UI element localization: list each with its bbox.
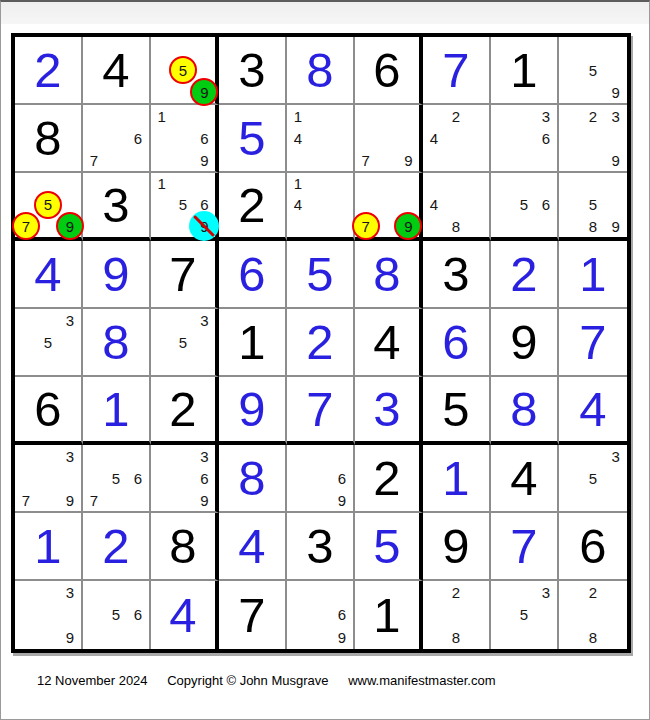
- cell-r3c8[interactable]: 56: [491, 173, 559, 241]
- mini-pos-9: [535, 216, 557, 237]
- pencil-marks: 35: [559, 445, 627, 511]
- mini-pos-9: [535, 626, 557, 649]
- mini-pos-4: [559, 127, 582, 149]
- mini-pos-7: [423, 149, 445, 171]
- cell-r1c9[interactable]: 59: [559, 37, 627, 105]
- mini-pos-6: [398, 127, 419, 149]
- candidate-5: 5: [44, 196, 52, 213]
- mini-pos-1: [559, 105, 582, 127]
- mini-pos-3: [331, 173, 353, 194]
- mini-pos-1: [491, 581, 513, 604]
- cell-r4c3[interactable]: 7: [151, 241, 219, 309]
- mini-pos-7: [423, 626, 445, 649]
- candidate-3: 3: [66, 312, 74, 329]
- footer-copyright: Copyright © John Musgrave: [167, 673, 328, 688]
- mini-pos-8: [172, 353, 193, 375]
- mini-pos-1: [423, 105, 445, 127]
- mini-pos-9: [467, 216, 489, 237]
- given-digit: 2: [373, 454, 400, 503]
- mini-pos-8: [309, 626, 331, 649]
- mini-pos-3: [59, 173, 81, 194]
- candidate-5: 5: [112, 470, 120, 487]
- solved-digit: 4: [238, 522, 265, 571]
- pencil-marks: 239: [559, 105, 627, 171]
- cell-r2c9[interactable]: 239: [559, 105, 627, 173]
- mini-pos-9: [127, 626, 149, 649]
- given-digit: 3: [306, 522, 333, 571]
- pencil-marks: 169: [151, 105, 215, 171]
- mini-pos-5: [445, 604, 467, 627]
- mini-pos-9: [127, 149, 149, 171]
- cell-r3c6[interactable]: 79: [355, 173, 423, 241]
- cell-r3c7[interactable]: 48: [423, 173, 491, 241]
- solved-digit: 4: [169, 591, 196, 640]
- cell-r4c4[interactable]: 6: [219, 241, 287, 309]
- candidate-1: 1: [157, 175, 165, 192]
- candidate-7: 7: [90, 152, 98, 169]
- mini-pos-9: 9: [398, 149, 419, 171]
- mini-pos-2: [376, 105, 397, 127]
- mini-pos-8: [513, 149, 535, 171]
- mini-pos-6: 6: [127, 604, 149, 627]
- given-digit: 1: [510, 46, 537, 95]
- mini-pos-3: [194, 37, 215, 59]
- candidate-9: 9: [66, 492, 74, 509]
- mini-pos-7: [491, 216, 513, 237]
- mini-pos-2: 2: [582, 105, 605, 127]
- footer-date: 12 November 2024: [37, 673, 148, 688]
- mini-pos-9: 9: [194, 216, 215, 237]
- given-digit: 6: [373, 46, 400, 95]
- mini-pos-1: [15, 173, 37, 194]
- candidate-7: 7: [22, 492, 30, 509]
- pencil-marks: 35: [151, 309, 215, 375]
- pencil-marks: 39: [15, 581, 81, 649]
- cell-r4c8[interactable]: 2: [491, 241, 559, 309]
- candidate-8: 8: [452, 629, 460, 646]
- cell-r4c7[interactable]: 3: [423, 241, 491, 309]
- pencil-marks: 59: [559, 37, 627, 103]
- pencil-marks: 28: [423, 581, 489, 649]
- cell-r9c4[interactable]: 7: [219, 581, 287, 649]
- mini-pos-3: [467, 581, 489, 604]
- mini-pos-2: [513, 173, 535, 194]
- cell-r1c3[interactable]: 59: [151, 37, 219, 105]
- candidate-7: 7: [361, 218, 369, 235]
- pencil-marks: 79: [355, 173, 419, 237]
- cell-r6c7[interactable]: 5: [423, 377, 491, 445]
- mini-pos-5: [172, 467, 193, 489]
- cell-r7c8[interactable]: 4: [491, 445, 559, 513]
- cell-r5c4[interactable]: 1: [219, 309, 287, 377]
- mini-pos-1: [423, 581, 445, 604]
- cell-r9c2[interactable]: 56: [83, 581, 151, 649]
- mini-pos-1: [151, 309, 172, 331]
- solved-digit: 6: [238, 250, 265, 299]
- puzzle-page: 2459386715986716951479243623957931569214…: [0, 0, 650, 720]
- mini-pos-9: [467, 626, 489, 649]
- mini-pos-4: [491, 604, 513, 627]
- cell-r9c7[interactable]: 28: [423, 581, 491, 649]
- mini-pos-2: 2: [445, 581, 467, 604]
- cell-r3c5[interactable]: 14: [287, 173, 355, 241]
- cell-r8c6[interactable]: 5: [355, 513, 423, 581]
- mini-pos-5: [513, 127, 535, 149]
- mini-pos-1: 1: [287, 105, 309, 127]
- mini-pos-8: [37, 626, 59, 649]
- mini-pos-6: [604, 194, 627, 215]
- cell-r7c4[interactable]: 8: [219, 445, 287, 513]
- mini-pos-2: [582, 173, 605, 194]
- mini-pos-1: [423, 173, 445, 194]
- mini-pos-9: [604, 626, 627, 649]
- pencil-marks: 1569: [151, 173, 215, 237]
- mini-pos-5: [309, 467, 331, 489]
- cell-r4c9[interactable]: 1: [559, 241, 627, 309]
- mini-pos-5: [309, 127, 331, 149]
- candidate-9: 9: [338, 629, 346, 646]
- mini-pos-9: 9: [604, 81, 627, 103]
- mini-pos-1: 1: [287, 173, 309, 194]
- mini-pos-4: 4: [423, 194, 445, 215]
- cell-r2c6[interactable]: 79: [355, 105, 423, 173]
- mini-pos-8: 8: [445, 216, 467, 237]
- solved-digit: 8: [373, 250, 400, 299]
- cell-r6c9[interactable]: 4: [559, 377, 627, 445]
- mini-pos-2: [172, 105, 193, 127]
- mini-pos-2: [105, 105, 127, 127]
- pencil-marks: 379: [15, 445, 81, 511]
- solved-digit: 2: [510, 250, 537, 299]
- mini-pos-8: [513, 626, 535, 649]
- candidate-3: 3: [611, 448, 619, 465]
- mini-pos-6: 6: [194, 467, 215, 489]
- candidate-9: 9: [611, 152, 619, 169]
- cell-r5c8[interactable]: 9: [491, 309, 559, 377]
- mini-pos-3: [398, 173, 419, 194]
- mini-pos-5: [105, 127, 127, 149]
- solved-digit: 1: [442, 454, 469, 503]
- mini-pos-3: [331, 105, 353, 127]
- mini-pos-9: 9: [604, 216, 627, 237]
- mini-pos-7: [559, 626, 582, 649]
- mini-pos-9: 9: [59, 216, 81, 237]
- cell-r6c2[interactable]: 1: [83, 377, 151, 445]
- candidate-3: 3: [66, 448, 74, 465]
- mini-pos-1: [287, 581, 309, 604]
- cell-r6c6[interactable]: 3: [355, 377, 423, 445]
- given-digit: 1: [238, 318, 265, 367]
- candidate-5: 5: [520, 606, 528, 623]
- cell-r5c2[interactable]: 8: [83, 309, 151, 377]
- candidate-3: 3: [542, 108, 550, 125]
- candidate-4: 4: [294, 130, 302, 147]
- mini-pos-6: [331, 194, 353, 215]
- cell-r5c7[interactable]: 6: [423, 309, 491, 377]
- mini-pos-3: [194, 173, 215, 194]
- mini-pos-3: 3: [535, 581, 557, 604]
- footer: 12 November 2024 Copyright © John Musgra…: [37, 673, 512, 688]
- solved-digit: 8: [510, 385, 537, 434]
- mini-pos-8: [309, 149, 331, 171]
- pencil-marks: 24: [423, 105, 489, 171]
- candidate-6: 6: [542, 196, 550, 213]
- cell-r2c8[interactable]: 36: [491, 105, 559, 173]
- mini-pos-5: [376, 127, 397, 149]
- candidate-6: 6: [542, 130, 550, 147]
- given-digit: 2: [238, 181, 265, 230]
- given-digit: 4: [510, 454, 537, 503]
- cell-r4c1[interactable]: 4: [15, 241, 83, 309]
- mini-pos-7: 7: [15, 216, 37, 237]
- candidate-5: 5: [44, 334, 52, 351]
- cell-r8c9[interactable]: 6: [559, 513, 627, 581]
- candidate-5: 5: [179, 196, 187, 213]
- mini-pos-9: 9: [398, 216, 419, 237]
- mini-pos-4: [559, 194, 582, 215]
- cell-r7c1[interactable]: 379: [15, 445, 83, 513]
- mini-pos-2: [172, 309, 193, 331]
- mini-pos-4: [151, 467, 172, 489]
- pencil-marks: 14: [287, 173, 353, 237]
- mini-pos-8: [513, 216, 535, 237]
- cell-r2c7[interactable]: 24: [423, 105, 491, 173]
- candidate-4: 4: [430, 130, 438, 147]
- cell-r5c1[interactable]: 35: [15, 309, 83, 377]
- cell-r8c1[interactable]: 1: [15, 513, 83, 581]
- given-digit: 3: [442, 250, 469, 299]
- mini-pos-5: [445, 194, 467, 215]
- pencil-marks: 69: [287, 445, 353, 511]
- cell-r4c2[interactable]: 9: [83, 241, 151, 309]
- candidate-5: 5: [589, 62, 597, 79]
- pencil-marks: 35: [491, 581, 557, 649]
- cell-r4c5[interactable]: 5: [287, 241, 355, 309]
- cell-r9c8[interactable]: 35: [491, 581, 559, 649]
- mini-pos-7: 7: [15, 489, 37, 511]
- mini-pos-5: 5: [582, 59, 605, 81]
- mini-pos-8: 8: [582, 216, 605, 237]
- mini-pos-6: [194, 331, 215, 353]
- mini-pos-8: [105, 149, 127, 171]
- mini-pos-7: [287, 626, 309, 649]
- cell-r5c3[interactable]: 35: [151, 309, 219, 377]
- cell-r7c7[interactable]: 1: [423, 445, 491, 513]
- cell-r2c2[interactable]: 67: [83, 105, 151, 173]
- cell-r6c3[interactable]: 2: [151, 377, 219, 445]
- cell-r7c9[interactable]: 35: [559, 445, 627, 513]
- given-digit: 8: [34, 114, 61, 163]
- mini-pos-3: [127, 105, 149, 127]
- mini-pos-7: [151, 489, 172, 511]
- cell-r6c5[interactable]: 7: [287, 377, 355, 445]
- mini-pos-6: 6: [535, 194, 557, 215]
- cell-r1c6[interactable]: 6: [355, 37, 423, 105]
- candidate-6: 6: [200, 470, 208, 487]
- cell-r7c6[interactable]: 2: [355, 445, 423, 513]
- mini-pos-9: [127, 489, 149, 511]
- candidate-9: 9: [66, 629, 74, 646]
- mini-pos-3: [467, 173, 489, 194]
- mini-pos-7: [491, 149, 513, 171]
- highlight-yellow-circle: 5: [169, 56, 197, 84]
- mini-pos-9: [535, 149, 557, 171]
- cell-r8c7[interactable]: 9: [423, 513, 491, 581]
- mini-pos-7: [423, 216, 445, 237]
- cell-r6c8[interactable]: 8: [491, 377, 559, 445]
- cell-r2c4[interactable]: 5: [219, 105, 287, 173]
- cell-r9c1[interactable]: 39: [15, 581, 83, 649]
- mini-pos-3: [127, 581, 149, 604]
- cell-r3c4[interactable]: 2: [219, 173, 287, 241]
- solved-digit: 7: [442, 46, 469, 95]
- mini-pos-9: [331, 149, 353, 171]
- mini-pos-9: 9: [331, 626, 353, 649]
- mini-pos-5: [172, 127, 193, 149]
- cell-r1c7[interactable]: 7: [423, 37, 491, 105]
- cell-r6c1[interactable]: 6: [15, 377, 83, 445]
- mini-pos-4: [287, 467, 309, 489]
- candidate-8: 8: [452, 218, 460, 235]
- cell-r2c1[interactable]: 8: [15, 105, 83, 173]
- mini-pos-4: [287, 604, 309, 627]
- cell-r1c1[interactable]: 2: [15, 37, 83, 105]
- solved-digit: 8: [102, 318, 129, 367]
- mini-pos-3: 3: [535, 105, 557, 127]
- given-digit: 9: [510, 318, 537, 367]
- mini-pos-6: [59, 331, 81, 353]
- mini-pos-3: [535, 173, 557, 194]
- cell-r9c3[interactable]: 4: [151, 581, 219, 649]
- mini-pos-1: [83, 581, 105, 604]
- cell-r1c8[interactable]: 1: [491, 37, 559, 105]
- candidate-3: 3: [66, 584, 74, 601]
- mini-pos-6: 6: [194, 127, 215, 149]
- solved-digit: 5: [306, 250, 333, 299]
- mini-pos-7: [559, 81, 582, 103]
- mini-pos-2: [172, 173, 193, 194]
- mini-pos-7: [15, 353, 37, 375]
- candidate-2: 2: [452, 584, 460, 601]
- mini-pos-4: [491, 194, 513, 215]
- pencil-marks: 567: [83, 445, 149, 511]
- given-digit: 1: [373, 591, 400, 640]
- candidate-6: 6: [134, 606, 142, 623]
- mini-pos-5: [582, 127, 605, 149]
- mini-pos-1: [151, 37, 172, 59]
- given-digit: 3: [238, 46, 265, 95]
- mini-pos-5: [445, 127, 467, 149]
- cell-r3c1[interactable]: 579: [15, 173, 83, 241]
- cell-r8c2[interactable]: 2: [83, 513, 151, 581]
- candidate-1: 1: [294, 108, 302, 125]
- pencil-marks: 67: [83, 105, 149, 171]
- mini-pos-2: [172, 445, 193, 467]
- candidate-9: 9: [404, 152, 412, 169]
- cell-r7c3[interactable]: 369: [151, 445, 219, 513]
- mini-pos-1: 1: [151, 173, 172, 194]
- cell-r4c6[interactable]: 8: [355, 241, 423, 309]
- mini-pos-8: [376, 149, 397, 171]
- mini-pos-7: [287, 489, 309, 511]
- cell-r6c4[interactable]: 9: [219, 377, 287, 445]
- cell-r8c8[interactable]: 7: [491, 513, 559, 581]
- mini-pos-9: [194, 353, 215, 375]
- mini-pos-8: [105, 489, 127, 511]
- mini-pos-3: [127, 445, 149, 467]
- mini-pos-2: [513, 581, 535, 604]
- mini-pos-1: [559, 445, 582, 467]
- mini-pos-8: [582, 489, 605, 511]
- cell-r3c9[interactable]: 589: [559, 173, 627, 241]
- cell-r8c5[interactable]: 3: [287, 513, 355, 581]
- mini-pos-7: [151, 149, 172, 171]
- mini-pos-7: [491, 626, 513, 649]
- mini-pos-3: [467, 105, 489, 127]
- solved-digit: 5: [238, 114, 265, 163]
- mini-pos-9: [604, 489, 627, 511]
- cell-r7c5[interactable]: 69: [287, 445, 355, 513]
- cell-r3c2[interactable]: 3: [83, 173, 151, 241]
- mini-pos-1: [559, 173, 582, 194]
- cell-r3c3[interactable]: 1569: [151, 173, 219, 241]
- pencil-marks: 69: [287, 581, 353, 649]
- mini-pos-4: [355, 127, 376, 149]
- cell-r5c9[interactable]: 7: [559, 309, 627, 377]
- given-digit: 7: [238, 591, 265, 640]
- mini-pos-6: [467, 604, 489, 627]
- footer-website: www.manifestmaster.com: [348, 673, 495, 688]
- cell-r9c5[interactable]: 69: [287, 581, 355, 649]
- cell-r1c2[interactable]: 4: [83, 37, 151, 105]
- mini-pos-4: [83, 127, 105, 149]
- cell-r1c5[interactable]: 8: [287, 37, 355, 105]
- given-digit: 8: [169, 522, 196, 571]
- mini-pos-6: [535, 604, 557, 627]
- cell-r2c5[interactable]: 14: [287, 105, 355, 173]
- cell-r9c6[interactable]: 1: [355, 581, 423, 649]
- candidate-5: 5: [112, 606, 120, 623]
- mini-pos-5: [309, 194, 331, 215]
- mini-pos-9: 9: [331, 489, 353, 511]
- mini-pos-3: 3: [604, 445, 627, 467]
- cell-r7c2[interactable]: 567: [83, 445, 151, 513]
- cell-r8c4[interactable]: 4: [219, 513, 287, 581]
- cell-r8c3[interactable]: 8: [151, 513, 219, 581]
- mini-pos-7: [559, 489, 582, 511]
- pencil-marks: 59: [151, 37, 215, 103]
- mini-pos-1: [491, 105, 513, 127]
- mini-pos-2: [105, 581, 127, 604]
- mini-pos-2: 2: [582, 581, 605, 604]
- cell-r1c4[interactable]: 3: [219, 37, 287, 105]
- mini-pos-5: [309, 604, 331, 627]
- solved-digit: 5: [373, 522, 400, 571]
- given-digit: 9: [442, 522, 469, 571]
- mini-pos-8: [309, 216, 331, 237]
- mini-pos-3: [331, 445, 353, 467]
- candidate-9: 9: [611, 218, 619, 235]
- mini-pos-2: [37, 581, 59, 604]
- mini-pos-7: 7: [355, 216, 376, 237]
- cell-r9c9[interactable]: 28: [559, 581, 627, 649]
- cell-r5c6[interactable]: 4: [355, 309, 423, 377]
- cell-r2c3[interactable]: 169: [151, 105, 219, 173]
- candidate-6: 6: [338, 606, 346, 623]
- candidate-3: 3: [200, 312, 208, 329]
- cell-r5c5[interactable]: 2: [287, 309, 355, 377]
- candidate-3: 3: [611, 108, 619, 125]
